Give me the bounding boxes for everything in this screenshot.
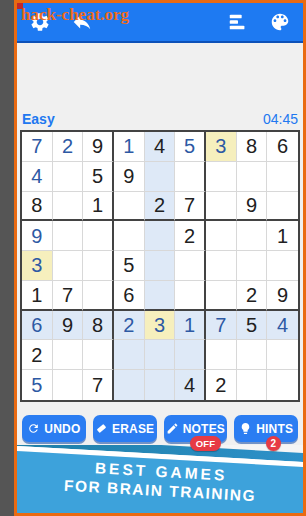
cell-r8c6[interactable] <box>175 340 206 370</box>
cell-r9c5[interactable] <box>145 370 176 400</box>
cell-r1c6[interactable]: 5 <box>175 132 206 162</box>
cell-r5c6[interactable] <box>175 251 206 281</box>
cell-r1c1[interactable]: 7 <box>22 132 53 162</box>
toolbar-right-group <box>225 9 293 35</box>
cell-r5c3[interactable] <box>83 251 114 281</box>
cell-r6c8[interactable]: 2 <box>237 281 268 311</box>
cell-r3c7[interactable] <box>206 192 237 222</box>
cell-r8c4[interactable] <box>114 340 145 370</box>
cell-r6c2[interactable]: 7 <box>53 281 84 311</box>
cell-r2c5[interactable] <box>145 162 176 192</box>
cell-r4c8[interactable] <box>237 221 268 251</box>
hints-button[interactable]: HINTS 2 <box>234 415 298 442</box>
watermark-text: hack-cheat.org <box>21 5 129 25</box>
cell-r9c8[interactable] <box>237 370 268 400</box>
control-buttons-row: UNDO ERASE NOTES OFF HINTS 2 <box>22 415 298 442</box>
cell-r8c1[interactable]: 2 <box>22 340 53 370</box>
erase-label: ERASE <box>112 422 154 436</box>
bulb-icon <box>239 422 252 435</box>
ad-banner-stripes: BEST GAMES FOR BRAIN TRAINING <box>17 445 303 513</box>
cell-r7c8[interactable]: 5 <box>237 311 268 341</box>
cell-r6c7[interactable] <box>206 281 237 311</box>
cell-r3c9[interactable] <box>267 192 298 222</box>
cell-r8c8[interactable] <box>237 340 268 370</box>
cell-r7c3[interactable]: 8 <box>83 311 114 341</box>
cell-r3c1[interactable]: 8 <box>22 192 53 222</box>
sudoku-board: 7291453864598127992135176296982317542574… <box>20 130 300 402</box>
cell-r5c2[interactable] <box>53 251 84 281</box>
cell-r3c8[interactable]: 9 <box>237 192 268 222</box>
cell-r8c2[interactable] <box>53 340 84 370</box>
cell-r6c9[interactable]: 9 <box>267 281 298 311</box>
watermark-corner <box>14 0 23 9</box>
cell-r2c4[interactable]: 9 <box>114 162 145 192</box>
cell-r3c2[interactable] <box>53 192 84 222</box>
cell-r7c1[interactable]: 6 <box>22 311 53 341</box>
cell-r7c5[interactable]: 3 <box>145 311 176 341</box>
cell-r8c7[interactable] <box>206 340 237 370</box>
cell-r7c9[interactable]: 4 <box>267 311 298 341</box>
cell-r6c1[interactable]: 1 <box>22 281 53 311</box>
cell-r6c6[interactable] <box>175 281 206 311</box>
cell-r4c4[interactable] <box>114 221 145 251</box>
cell-r7c7[interactable]: 7 <box>206 311 237 341</box>
cell-r1c7[interactable]: 3 <box>206 132 237 162</box>
cell-r2c7[interactable] <box>206 162 237 192</box>
cell-r1c8[interactable]: 8 <box>237 132 268 162</box>
cell-r3c5[interactable]: 2 <box>145 192 176 222</box>
cell-r7c6[interactable]: 1 <box>175 311 206 341</box>
undo-label: UNDO <box>44 422 80 436</box>
cell-r4c3[interactable] <box>83 221 114 251</box>
theme-palette-icon[interactable] <box>267 9 293 35</box>
cell-r8c9[interactable] <box>267 340 298 370</box>
cell-r4c5[interactable] <box>145 221 176 251</box>
cell-r8c3[interactable] <box>83 340 114 370</box>
cell-r2c1[interactable]: 4 <box>22 162 53 192</box>
cell-r1c3[interactable]: 9 <box>83 132 114 162</box>
cell-r9c3[interactable]: 7 <box>83 370 114 400</box>
cell-r4c2[interactable] <box>53 221 84 251</box>
app-frame: hack-cheat.org Easy 04:45 72914538645981… <box>14 0 306 516</box>
undo-button[interactable]: UNDO <box>22 415 86 442</box>
cell-r1c2[interactable]: 2 <box>53 132 84 162</box>
cell-r9c2[interactable] <box>53 370 84 400</box>
cell-r5c5[interactable] <box>145 251 176 281</box>
cell-r9c6[interactable]: 4 <box>175 370 206 400</box>
pencil-icon <box>166 422 179 435</box>
cell-r8c5[interactable] <box>145 340 176 370</box>
cell-r2c6[interactable] <box>175 162 206 192</box>
cell-r6c4[interactable]: 6 <box>114 281 145 311</box>
cell-r3c4[interactable] <box>114 192 145 222</box>
cell-r2c3[interactable]: 5 <box>83 162 114 192</box>
hints-count-badge: 2 <box>266 436 281 451</box>
cell-r7c2[interactable]: 9 <box>53 311 84 341</box>
cell-r4c6[interactable]: 2 <box>175 221 206 251</box>
cell-r3c6[interactable]: 7 <box>175 192 206 222</box>
stats-bars-icon[interactable] <box>225 9 251 35</box>
cell-r1c4[interactable]: 1 <box>114 132 145 162</box>
notes-off-badge: OFF <box>190 436 222 451</box>
cell-r7c4[interactable]: 2 <box>114 311 145 341</box>
cell-r5c1[interactable]: 3 <box>22 251 53 281</box>
cell-r2c2[interactable] <box>53 162 84 192</box>
cell-r9c7[interactable]: 2 <box>206 370 237 400</box>
cell-r9c4[interactable] <box>114 370 145 400</box>
notes-label: NOTES <box>183 422 225 436</box>
cell-r2c9[interactable] <box>267 162 298 192</box>
cell-r5c9[interactable] <box>267 251 298 281</box>
cell-r6c5[interactable] <box>145 281 176 311</box>
cell-r2c8[interactable] <box>237 162 268 192</box>
hints-label: HINTS <box>256 422 293 436</box>
cell-r4c1[interactable]: 9 <box>22 221 53 251</box>
difficulty-label: Easy <box>22 111 55 127</box>
notes-button[interactable]: NOTES OFF <box>164 415 228 442</box>
ad-banner[interactable]: BEST GAMES FOR BRAIN TRAINING <box>17 445 303 513</box>
cell-r9c9[interactable] <box>267 370 298 400</box>
cell-r9c1[interactable]: 5 <box>22 370 53 400</box>
cell-r5c4[interactable]: 5 <box>114 251 145 281</box>
cell-r4c9[interactable]: 1 <box>267 221 298 251</box>
undo-icon <box>27 422 40 435</box>
game-timer: 04:45 <box>263 111 298 127</box>
cell-r3c3[interactable]: 1 <box>83 192 114 222</box>
cell-r1c9[interactable]: 6 <box>267 132 298 162</box>
cell-r5c7[interactable] <box>206 251 237 281</box>
cell-r1c5[interactable]: 4 <box>145 132 176 162</box>
eraser-icon <box>95 422 108 435</box>
cell-r4c7[interactable] <box>206 221 237 251</box>
cell-r5c8[interactable] <box>237 251 268 281</box>
cell-r6c3[interactable] <box>83 281 114 311</box>
status-row: Easy 04:45 <box>22 107 298 127</box>
erase-button[interactable]: ERASE <box>93 415 157 442</box>
